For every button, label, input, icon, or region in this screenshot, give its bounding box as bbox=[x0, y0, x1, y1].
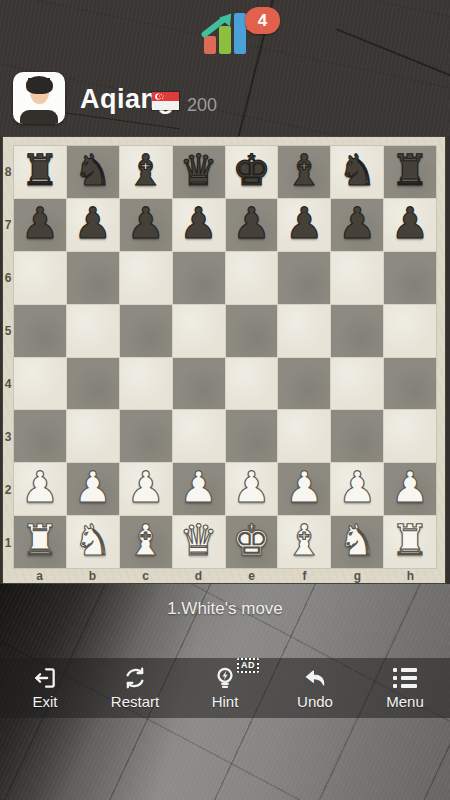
piece-white-queen[interactable]: ♛ bbox=[179, 519, 218, 565]
chess-board: 87654321 ♜♞♝♛♚♝♞♜♟♟♟♟♟♟♟♟♟♟♟♟♟♟♟♟♜♞♝♛♚♝♞… bbox=[2, 136, 446, 584]
square-e6[interactable] bbox=[226, 252, 278, 304]
bottom-toolbar: Exit Restart A bbox=[0, 658, 450, 718]
rank-label-1: 1 bbox=[3, 516, 13, 569]
square-a3[interactable] bbox=[14, 410, 66, 462]
square-f8[interactable]: ♝ bbox=[278, 146, 330, 198]
rank-label-2: 2 bbox=[3, 463, 13, 516]
square-g7[interactable]: ♟ bbox=[331, 199, 383, 251]
square-e4[interactable] bbox=[226, 358, 278, 410]
piece-white-pawn[interactable]: ♟ bbox=[285, 466, 324, 512]
square-c8[interactable]: ♝ bbox=[120, 146, 172, 198]
piece-black-pawn[interactable]: ♟ bbox=[21, 202, 60, 248]
undo-button[interactable]: Undo bbox=[270, 658, 360, 718]
menu-button[interactable]: Menu bbox=[360, 658, 450, 718]
file-label-f: f bbox=[278, 569, 331, 583]
exit-icon bbox=[31, 664, 59, 692]
square-h2[interactable]: ♟ bbox=[384, 463, 436, 515]
square-g2[interactable]: ♟ bbox=[331, 463, 383, 515]
square-h6[interactable] bbox=[384, 252, 436, 304]
file-labels: abcdefgh bbox=[13, 569, 437, 583]
move-status-text: 1.White's move bbox=[0, 599, 450, 619]
piece-black-pawn[interactable]: ♟ bbox=[126, 202, 165, 248]
square-c2[interactable]: ♟ bbox=[120, 463, 172, 515]
player-avatar[interactable] bbox=[13, 72, 65, 124]
chart-bar-red bbox=[204, 36, 216, 54]
square-d1[interactable]: ♛ bbox=[173, 516, 225, 568]
square-g8[interactable]: ♞ bbox=[331, 146, 383, 198]
rank-labels: 87654321 bbox=[3, 145, 13, 569]
square-c1[interactable]: ♝ bbox=[120, 516, 172, 568]
square-h8[interactable]: ♜ bbox=[384, 146, 436, 198]
piece-white-pawn[interactable]: ♟ bbox=[21, 466, 60, 512]
piece-white-pawn[interactable]: ♟ bbox=[74, 466, 113, 512]
piece-white-bishop[interactable]: ♝ bbox=[126, 519, 165, 565]
piece-white-bishop[interactable]: ♝ bbox=[285, 519, 324, 565]
square-b1[interactable]: ♞ bbox=[67, 516, 119, 568]
square-b6[interactable] bbox=[67, 252, 119, 304]
rank-label-8: 8 bbox=[3, 145, 13, 198]
square-b3[interactable] bbox=[67, 410, 119, 462]
square-c7[interactable]: ♟ bbox=[120, 199, 172, 251]
square-a7[interactable]: ♟ bbox=[14, 199, 66, 251]
hint-lightbulb-icon bbox=[211, 664, 239, 692]
piece-black-queen[interactable]: ♛ bbox=[179, 149, 218, 195]
square-a5[interactable] bbox=[14, 305, 66, 357]
square-e5[interactable] bbox=[226, 305, 278, 357]
piece-black-bishop[interactable]: ♝ bbox=[285, 149, 324, 195]
piece-white-knight[interactable]: ♞ bbox=[74, 519, 113, 565]
square-f2[interactable]: ♟ bbox=[278, 463, 330, 515]
piece-black-knight[interactable]: ♞ bbox=[338, 149, 377, 195]
square-f3[interactable] bbox=[278, 410, 330, 462]
square-c6[interactable] bbox=[120, 252, 172, 304]
piece-black-pawn[interactable]: ♟ bbox=[338, 202, 377, 248]
square-f4[interactable] bbox=[278, 358, 330, 410]
square-f1[interactable]: ♝ bbox=[278, 516, 330, 568]
file-label-c: c bbox=[119, 569, 172, 583]
rank-label-3: 3 bbox=[3, 410, 13, 463]
square-d4[interactable] bbox=[173, 358, 225, 410]
exit-label: Exit bbox=[32, 693, 57, 710]
square-d2[interactable]: ♟ bbox=[173, 463, 225, 515]
square-d7[interactable]: ♟ bbox=[173, 199, 225, 251]
square-b5[interactable] bbox=[67, 305, 119, 357]
rank-label-7: 7 bbox=[3, 198, 13, 251]
singapore-flag-icon bbox=[152, 92, 179, 110]
square-b2[interactable]: ♟ bbox=[67, 463, 119, 515]
player-rating: 200 bbox=[187, 95, 217, 116]
piece-white-pawn[interactable]: ♟ bbox=[232, 466, 271, 512]
square-a6[interactable] bbox=[14, 252, 66, 304]
square-h7[interactable]: ♟ bbox=[384, 199, 436, 251]
piece-black-pawn[interactable]: ♟ bbox=[391, 202, 430, 248]
piece-black-pawn[interactable]: ♟ bbox=[232, 202, 271, 248]
menu-icon bbox=[391, 664, 419, 692]
file-label-a: a bbox=[13, 569, 66, 583]
piece-black-pawn[interactable]: ♟ bbox=[74, 202, 113, 248]
chess-app-screen: 4 Aqiang 200 87654321 ♜♞♝♛♚♝♞♜♟♟♟♟♟♟♟♟♟♟… bbox=[0, 0, 450, 800]
piece-white-knight[interactable]: ♞ bbox=[338, 519, 377, 565]
square-h1[interactable]: ♜ bbox=[384, 516, 436, 568]
piece-white-pawn[interactable]: ♟ bbox=[126, 466, 165, 512]
square-b4[interactable] bbox=[67, 358, 119, 410]
notification-badge[interactable]: 4 bbox=[245, 7, 280, 34]
square-g4[interactable] bbox=[331, 358, 383, 410]
piece-white-pawn[interactable]: ♟ bbox=[338, 466, 377, 512]
square-h4[interactable] bbox=[384, 358, 436, 410]
avatar-shirt bbox=[20, 110, 58, 124]
piece-white-rook[interactable]: ♜ bbox=[21, 519, 60, 565]
rank-label-5: 5 bbox=[3, 304, 13, 357]
piece-black-pawn[interactable]: ♟ bbox=[285, 202, 324, 248]
piece-black-king[interactable]: ♚ bbox=[232, 149, 271, 195]
menu-label: Menu bbox=[386, 693, 424, 710]
hint-label: Hint bbox=[212, 693, 239, 710]
piece-white-king[interactable]: ♚ bbox=[232, 519, 271, 565]
rank-label-4: 4 bbox=[3, 357, 13, 410]
piece-black-pawn[interactable]: ♟ bbox=[179, 202, 218, 248]
square-e8[interactable]: ♚ bbox=[226, 146, 278, 198]
undo-label: Undo bbox=[297, 693, 333, 710]
chart-bar-green bbox=[219, 26, 231, 54]
restart-icon bbox=[121, 664, 149, 692]
square-d5[interactable] bbox=[173, 305, 225, 357]
file-label-b: b bbox=[66, 569, 119, 583]
square-c3[interactable] bbox=[120, 410, 172, 462]
square-g6[interactable] bbox=[331, 252, 383, 304]
exit-button[interactable]: Exit bbox=[0, 658, 90, 718]
square-e7[interactable]: ♟ bbox=[226, 199, 278, 251]
file-label-d: d bbox=[172, 569, 225, 583]
square-a4[interactable] bbox=[14, 358, 66, 410]
piece-black-bishop[interactable]: ♝ bbox=[126, 149, 165, 195]
square-d3[interactable] bbox=[173, 410, 225, 462]
square-b7[interactable]: ♟ bbox=[67, 199, 119, 251]
square-g1[interactable]: ♞ bbox=[331, 516, 383, 568]
board-grid: ♜♞♝♛♚♝♞♜♟♟♟♟♟♟♟♟♟♟♟♟♟♟♟♟♜♞♝♛♚♝♞♜ bbox=[13, 145, 437, 569]
square-e1[interactable]: ♚ bbox=[226, 516, 278, 568]
square-c5[interactable] bbox=[120, 305, 172, 357]
square-f6[interactable] bbox=[278, 252, 330, 304]
piece-black-knight[interactable]: ♞ bbox=[74, 149, 113, 195]
square-g5[interactable] bbox=[331, 305, 383, 357]
square-b8[interactable]: ♞ bbox=[67, 146, 119, 198]
piece-black-rook[interactable]: ♜ bbox=[21, 149, 60, 195]
restart-button[interactable]: Restart bbox=[90, 658, 180, 718]
square-d8[interactable]: ♛ bbox=[173, 146, 225, 198]
undo-icon bbox=[301, 664, 329, 692]
file-label-e: e bbox=[225, 569, 278, 583]
square-f7[interactable]: ♟ bbox=[278, 199, 330, 251]
file-label-h: h bbox=[384, 569, 437, 583]
piece-white-pawn[interactable]: ♟ bbox=[179, 466, 218, 512]
square-h5[interactable] bbox=[384, 305, 436, 357]
background-crack bbox=[336, 28, 450, 94]
piece-white-rook[interactable]: ♜ bbox=[391, 519, 430, 565]
square-a1[interactable]: ♜ bbox=[14, 516, 66, 568]
square-e2[interactable]: ♟ bbox=[226, 463, 278, 515]
piece-white-pawn[interactable]: ♟ bbox=[391, 466, 430, 512]
rank-label-6: 6 bbox=[3, 251, 13, 304]
ad-badge: AD bbox=[237, 658, 259, 673]
square-d6[interactable] bbox=[173, 252, 225, 304]
square-c4[interactable] bbox=[120, 358, 172, 410]
square-e3[interactable] bbox=[226, 410, 278, 462]
square-h3[interactable] bbox=[384, 410, 436, 462]
square-a8[interactable]: ♜ bbox=[14, 146, 66, 198]
square-g3[interactable] bbox=[331, 410, 383, 462]
hint-button[interactable]: AD Hint bbox=[180, 658, 270, 718]
piece-black-rook[interactable]: ♜ bbox=[391, 149, 430, 195]
square-f5[interactable] bbox=[278, 305, 330, 357]
square-a2[interactable]: ♟ bbox=[14, 463, 66, 515]
file-label-g: g bbox=[331, 569, 384, 583]
restart-label: Restart bbox=[111, 693, 159, 710]
